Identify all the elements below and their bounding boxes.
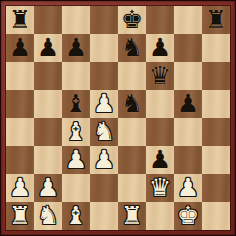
square-b5[interactable]: [34, 90, 62, 118]
square-g4[interactable]: [174, 118, 202, 146]
black-rook: ♜: [202, 6, 230, 34]
square-a2[interactable]: ♟: [6, 174, 34, 202]
black-queen: ♛: [146, 62, 174, 90]
square-g1[interactable]: ♚: [174, 202, 202, 230]
square-h8[interactable]: ♜: [202, 6, 230, 34]
chess-board: ♜♚♜♟♟♟♞♟♛♝♟♞♟♝♞♟♟♟♟♟♛♟♜♞♝♜♚: [6, 6, 230, 230]
square-f4[interactable]: [146, 118, 174, 146]
square-e8[interactable]: ♚: [118, 6, 146, 34]
square-f1[interactable]: [146, 202, 174, 230]
square-f7[interactable]: ♟: [146, 34, 174, 62]
square-f5[interactable]: [146, 90, 174, 118]
white-rook: ♜: [118, 202, 146, 230]
black-pawn: ♟: [62, 34, 90, 62]
white-pawn: ♟: [90, 146, 118, 174]
square-b8[interactable]: [34, 6, 62, 34]
square-b4[interactable]: [34, 118, 62, 146]
square-e7[interactable]: ♞: [118, 34, 146, 62]
square-a3[interactable]: [6, 146, 34, 174]
square-h4[interactable]: [202, 118, 230, 146]
square-d3[interactable]: ♟: [90, 146, 118, 174]
square-e5[interactable]: ♞: [118, 90, 146, 118]
white-king: ♚: [174, 202, 202, 230]
square-f6[interactable]: ♛: [146, 62, 174, 90]
black-pawn: ♟: [6, 34, 34, 62]
black-pawn: ♟: [34, 34, 62, 62]
square-c3[interactable]: ♟: [62, 146, 90, 174]
square-e2[interactable]: [118, 174, 146, 202]
white-pawn: ♟: [174, 174, 202, 202]
square-f2[interactable]: ♛: [146, 174, 174, 202]
white-pawn: ♟: [34, 174, 62, 202]
square-d6[interactable]: [90, 62, 118, 90]
square-d7[interactable]: [90, 34, 118, 62]
black-pawn: ♟: [174, 90, 202, 118]
square-d8[interactable]: [90, 6, 118, 34]
white-knight: ♞: [34, 202, 62, 230]
square-d1[interactable]: [90, 202, 118, 230]
square-g3[interactable]: [174, 146, 202, 174]
square-d5[interactable]: ♟: [90, 90, 118, 118]
square-g7[interactable]: [174, 34, 202, 62]
square-a8[interactable]: ♜: [6, 6, 34, 34]
black-knight: ♞: [118, 90, 146, 118]
white-pawn: ♟: [62, 146, 90, 174]
square-g2[interactable]: ♟: [174, 174, 202, 202]
square-c4[interactable]: ♝: [62, 118, 90, 146]
square-h7[interactable]: [202, 34, 230, 62]
square-c1[interactable]: ♝: [62, 202, 90, 230]
white-rook: ♜: [6, 202, 34, 230]
square-a5[interactable]: [6, 90, 34, 118]
black-bishop: ♝: [62, 90, 90, 118]
square-e1[interactable]: ♜: [118, 202, 146, 230]
square-a4[interactable]: [6, 118, 34, 146]
white-bishop: ♝: [62, 118, 90, 146]
square-c6[interactable]: [62, 62, 90, 90]
square-c5[interactable]: ♝: [62, 90, 90, 118]
square-c2[interactable]: [62, 174, 90, 202]
black-knight: ♞: [118, 34, 146, 62]
square-b7[interactable]: ♟: [34, 34, 62, 62]
white-bishop: ♝: [62, 202, 90, 230]
square-a7[interactable]: ♟: [6, 34, 34, 62]
white-knight: ♞: [90, 118, 118, 146]
white-pawn: ♟: [6, 174, 34, 202]
square-g5[interactable]: ♟: [174, 90, 202, 118]
black-rook: ♜: [6, 6, 34, 34]
square-b2[interactable]: ♟: [34, 174, 62, 202]
square-b1[interactable]: ♞: [34, 202, 62, 230]
square-h2[interactable]: [202, 174, 230, 202]
square-c8[interactable]: [62, 6, 90, 34]
white-queen: ♛: [146, 174, 174, 202]
square-h5[interactable]: [202, 90, 230, 118]
square-c7[interactable]: ♟: [62, 34, 90, 62]
board-frame: ♜♚♜♟♟♟♞♟♛♝♟♞♟♝♞♟♟♟♟♟♛♟♜♞♝♜♚: [0, 0, 236, 236]
square-a1[interactable]: ♜: [6, 202, 34, 230]
square-e6[interactable]: [118, 62, 146, 90]
square-b3[interactable]: [34, 146, 62, 174]
black-pawn: ♟: [146, 34, 174, 62]
square-e3[interactable]: [118, 146, 146, 174]
square-h1[interactable]: [202, 202, 230, 230]
square-f3[interactable]: ♟: [146, 146, 174, 174]
black-king: ♚: [118, 6, 146, 34]
square-b6[interactable]: [34, 62, 62, 90]
square-h6[interactable]: [202, 62, 230, 90]
square-g6[interactable]: [174, 62, 202, 90]
square-d4[interactable]: ♞: [90, 118, 118, 146]
square-f8[interactable]: [146, 6, 174, 34]
square-a6[interactable]: [6, 62, 34, 90]
black-pawn: ♟: [146, 146, 174, 174]
square-h3[interactable]: [202, 146, 230, 174]
square-g8[interactable]: [174, 6, 202, 34]
square-e4[interactable]: [118, 118, 146, 146]
square-d2[interactable]: [90, 174, 118, 202]
white-pawn: ♟: [90, 90, 118, 118]
